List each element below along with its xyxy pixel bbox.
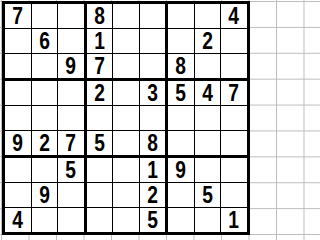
cell-r4c9[interactable]: 7 bbox=[221, 81, 247, 106]
cell-r9c4[interactable] bbox=[87, 208, 114, 232]
given-digit: 1 bbox=[147, 158, 158, 182]
cell-r2c1[interactable] bbox=[5, 29, 32, 54]
cell-r7c2[interactable] bbox=[32, 158, 59, 183]
given-digit: 8 bbox=[147, 131, 158, 155]
cell-r2c2[interactable]: 6 bbox=[32, 29, 59, 54]
cell-r8c1[interactable] bbox=[5, 183, 32, 208]
cell-r8c8[interactable]: 5 bbox=[195, 183, 222, 208]
cell-r7c5[interactable] bbox=[113, 158, 140, 183]
cell-r9c2[interactable] bbox=[32, 208, 59, 232]
given-digit: 4 bbox=[228, 4, 239, 28]
sudoku-board: 7846129782354792758519925451 bbox=[2, 1, 250, 235]
cell-r7c7[interactable]: 9 bbox=[168, 158, 195, 183]
cell-r7c9[interactable] bbox=[221, 158, 247, 183]
given-digit: 8 bbox=[175, 54, 186, 78]
cell-r1c4[interactable]: 8 bbox=[87, 4, 114, 29]
cell-r4c3[interactable] bbox=[58, 81, 87, 106]
cell-r4c4[interactable]: 2 bbox=[87, 81, 114, 106]
cell-r9c7[interactable] bbox=[168, 208, 195, 232]
given-digit: 7 bbox=[94, 54, 105, 78]
given-digit: 2 bbox=[147, 183, 158, 207]
cell-r8c5[interactable] bbox=[113, 183, 140, 208]
cell-r1c8[interactable] bbox=[195, 4, 222, 29]
cell-r6c5[interactable] bbox=[113, 131, 140, 158]
cell-r3c1[interactable] bbox=[5, 54, 32, 81]
given-digit: 1 bbox=[94, 29, 105, 53]
given-digit: 4 bbox=[202, 81, 213, 105]
given-digit: 2 bbox=[202, 29, 213, 53]
given-digit: 7 bbox=[12, 4, 23, 28]
cell-r3c5[interactable] bbox=[113, 54, 140, 81]
cell-r1c5[interactable] bbox=[113, 4, 140, 29]
cell-r6c6[interactable]: 8 bbox=[140, 131, 169, 158]
cell-r9c3[interactable] bbox=[58, 208, 87, 232]
given-digit: 9 bbox=[65, 54, 76, 78]
cell-r6c7[interactable] bbox=[168, 131, 195, 158]
cell-r5c4[interactable] bbox=[87, 106, 114, 131]
cell-r5c1[interactable] bbox=[5, 106, 32, 131]
cell-r2c3[interactable] bbox=[58, 29, 87, 54]
cell-r8c2[interactable]: 9 bbox=[32, 183, 59, 208]
cell-r3c9[interactable] bbox=[221, 54, 247, 81]
cell-r7c1[interactable] bbox=[5, 158, 32, 183]
given-digit: 9 bbox=[175, 158, 186, 182]
cell-r8c3[interactable] bbox=[58, 183, 87, 208]
cell-r4c1[interactable] bbox=[5, 81, 32, 106]
cell-r2c6[interactable] bbox=[140, 29, 169, 54]
cell-r3c2[interactable] bbox=[32, 54, 59, 81]
given-digit: 7 bbox=[65, 131, 76, 155]
cell-r7c8[interactable] bbox=[195, 158, 222, 183]
cell-r5c8[interactable] bbox=[195, 106, 222, 131]
given-digit: 8 bbox=[94, 4, 105, 28]
cell-r2c5[interactable] bbox=[113, 29, 140, 54]
cell-r7c4[interactable] bbox=[87, 158, 114, 183]
given-digit: 2 bbox=[39, 131, 50, 155]
given-digit: 1 bbox=[228, 208, 239, 232]
given-digit: 5 bbox=[147, 208, 158, 232]
cell-r5c2[interactable] bbox=[32, 106, 59, 131]
cell-r3c8[interactable] bbox=[195, 54, 222, 81]
cell-r1c9[interactable]: 4 bbox=[221, 4, 247, 29]
cell-r8c9[interactable] bbox=[221, 183, 247, 208]
cell-r1c3[interactable] bbox=[58, 4, 87, 29]
given-digit: 9 bbox=[39, 183, 50, 207]
given-digit: 5 bbox=[65, 158, 76, 182]
cell-r3c3[interactable]: 9 bbox=[58, 54, 87, 81]
cell-r2c8[interactable]: 2 bbox=[195, 29, 222, 54]
cell-r5c7[interactable] bbox=[168, 106, 195, 131]
cell-r9c6[interactable]: 5 bbox=[140, 208, 169, 232]
cell-r6c2[interactable]: 2 bbox=[32, 131, 59, 158]
cell-r9c5[interactable] bbox=[113, 208, 140, 232]
cell-r2c4[interactable]: 1 bbox=[87, 29, 114, 54]
cell-r2c7[interactable] bbox=[168, 29, 195, 54]
given-digit: 9 bbox=[12, 131, 23, 155]
cell-r9c8[interactable] bbox=[195, 208, 222, 232]
cell-r4c2[interactable] bbox=[32, 81, 59, 106]
cell-r4c6[interactable]: 3 bbox=[140, 81, 169, 106]
cell-r4c5[interactable] bbox=[113, 81, 140, 106]
cell-r1c7[interactable] bbox=[168, 4, 195, 29]
cell-r3c6[interactable] bbox=[140, 54, 169, 81]
given-digit: 5 bbox=[175, 81, 186, 105]
given-digit: 2 bbox=[94, 81, 105, 105]
given-digit: 4 bbox=[12, 208, 23, 232]
cell-r6c4[interactable]: 5 bbox=[87, 131, 114, 158]
given-digit: 7 bbox=[228, 81, 239, 105]
cell-r3c4[interactable]: 7 bbox=[87, 54, 114, 81]
cell-r5c9[interactable] bbox=[221, 106, 247, 131]
cell-r7c6[interactable]: 1 bbox=[140, 158, 169, 183]
cell-r6c1[interactable]: 9 bbox=[5, 131, 32, 158]
cell-r8c4[interactable] bbox=[87, 183, 114, 208]
cell-r3c7[interactable]: 8 bbox=[168, 54, 195, 81]
cell-r5c3[interactable] bbox=[58, 106, 87, 131]
cell-r8c6[interactable]: 2 bbox=[140, 183, 169, 208]
cell-r1c1[interactable]: 7 bbox=[5, 4, 32, 29]
given-digit: 6 bbox=[39, 29, 50, 53]
cell-r9c1[interactable]: 4 bbox=[5, 208, 32, 232]
cell-r6c3[interactable]: 7 bbox=[58, 131, 87, 158]
cell-r8c7[interactable] bbox=[168, 183, 195, 208]
cell-r6c9[interactable] bbox=[221, 131, 247, 158]
cell-r4c7[interactable]: 5 bbox=[168, 81, 195, 106]
cell-r2c9[interactable] bbox=[221, 29, 247, 54]
cell-r7c3[interactable]: 5 bbox=[58, 158, 87, 183]
cell-r1c6[interactable] bbox=[140, 4, 169, 29]
cell-r1c2[interactable] bbox=[32, 4, 59, 29]
cell-r5c6[interactable] bbox=[140, 106, 169, 131]
given-digit: 5 bbox=[202, 183, 213, 207]
given-digit: 5 bbox=[94, 131, 105, 155]
cell-r6c8[interactable] bbox=[195, 131, 222, 158]
cell-r4c8[interactable]: 4 bbox=[195, 81, 222, 106]
cell-r9c9[interactable]: 1 bbox=[221, 208, 247, 232]
given-digit: 3 bbox=[147, 81, 158, 105]
cell-r5c5[interactable] bbox=[113, 106, 140, 131]
